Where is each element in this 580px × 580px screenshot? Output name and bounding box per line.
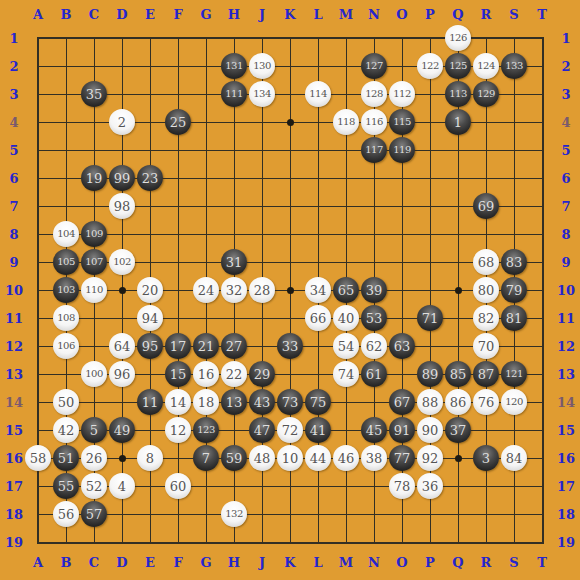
move-number: 31 bbox=[226, 256, 243, 269]
black-stone-59: 59 bbox=[221, 445, 247, 471]
white-stone-10: 10 bbox=[277, 445, 303, 471]
move-number: 125 bbox=[449, 61, 467, 71]
move-number: 119 bbox=[393, 145, 411, 155]
white-stone-100: 100 bbox=[81, 361, 107, 387]
black-stone-33: 33 bbox=[277, 333, 303, 359]
black-stone-55: 55 bbox=[53, 473, 79, 499]
white-stone-120: 120 bbox=[501, 389, 527, 415]
star-point bbox=[287, 287, 294, 294]
move-number: 111 bbox=[225, 89, 243, 99]
black-stone-133: 133 bbox=[501, 53, 527, 79]
white-stone-20: 20 bbox=[137, 277, 163, 303]
black-stone-113: 113 bbox=[445, 81, 471, 107]
white-stone-114: 114 bbox=[305, 81, 331, 107]
white-stone-126: 126 bbox=[445, 25, 471, 51]
move-number: 95 bbox=[142, 340, 159, 353]
move-number: 43 bbox=[254, 396, 271, 409]
move-number: 116 bbox=[365, 117, 383, 127]
black-stone-31: 31 bbox=[221, 249, 247, 275]
star-point bbox=[119, 287, 126, 294]
white-stone-38: 38 bbox=[361, 445, 387, 471]
black-stone-71: 71 bbox=[417, 305, 443, 331]
black-stone-103: 103 bbox=[53, 277, 79, 303]
move-number: 130 bbox=[253, 61, 271, 71]
move-number: 51 bbox=[58, 452, 75, 465]
white-stone-60: 60 bbox=[165, 473, 191, 499]
intersections-grid: 1234578101112131415161718192021222324252… bbox=[24, 24, 556, 556]
black-stone-91: 91 bbox=[389, 417, 415, 443]
move-number: 48 bbox=[254, 452, 271, 465]
white-stone-92: 92 bbox=[417, 445, 443, 471]
move-number: 11 bbox=[142, 396, 159, 409]
white-stone-130: 130 bbox=[249, 53, 275, 79]
move-number: 34 bbox=[310, 284, 327, 297]
move-number: 102 bbox=[113, 257, 131, 267]
black-stone-1: 1 bbox=[445, 109, 471, 135]
move-number: 107 bbox=[85, 257, 103, 267]
white-stone-78: 78 bbox=[389, 473, 415, 499]
move-number: 76 bbox=[478, 396, 495, 409]
move-number: 13 bbox=[226, 396, 243, 409]
white-stone-76: 76 bbox=[473, 389, 499, 415]
move-number: 69 bbox=[478, 200, 495, 213]
black-stone-129: 129 bbox=[473, 81, 499, 107]
black-stone-11: 11 bbox=[137, 389, 163, 415]
move-number: 59 bbox=[226, 452, 243, 465]
white-stone-34: 34 bbox=[305, 277, 331, 303]
row-label: 18 bbox=[553, 500, 579, 528]
black-stone-79: 79 bbox=[501, 277, 527, 303]
white-stone-16: 16 bbox=[193, 361, 219, 387]
move-number: 82 bbox=[478, 312, 495, 325]
move-number: 118 bbox=[337, 117, 355, 127]
star-point bbox=[455, 287, 462, 294]
white-stone-36: 36 bbox=[417, 473, 443, 499]
move-number: 63 bbox=[394, 340, 411, 353]
white-stone-132: 132 bbox=[221, 501, 247, 527]
row-label: 19 bbox=[553, 528, 579, 556]
black-stone-117: 117 bbox=[361, 137, 387, 163]
black-stone-107: 107 bbox=[81, 249, 107, 275]
move-number: 123 bbox=[197, 425, 215, 435]
move-number: 37 bbox=[450, 424, 467, 437]
go-board[interactable]: ABCDEFGHJKLMNOPQRST ABCDEFGHJKLMNOPQRST … bbox=[0, 0, 580, 580]
move-number: 75 bbox=[310, 396, 327, 409]
move-number: 60 bbox=[170, 480, 187, 493]
move-number: 128 bbox=[365, 89, 383, 99]
move-number: 80 bbox=[478, 284, 495, 297]
move-number: 57 bbox=[86, 508, 103, 521]
row-label: 5 bbox=[553, 136, 579, 164]
black-stone-73: 73 bbox=[277, 389, 303, 415]
move-number: 127 bbox=[365, 61, 383, 71]
move-number: 74 bbox=[338, 368, 355, 381]
move-number: 89 bbox=[422, 368, 439, 381]
white-stone-84: 84 bbox=[501, 445, 527, 471]
white-stone-64: 64 bbox=[109, 333, 135, 359]
row-label: 10 bbox=[553, 276, 579, 304]
move-number: 44 bbox=[310, 452, 327, 465]
move-number: 66 bbox=[310, 312, 327, 325]
move-number: 92 bbox=[422, 452, 439, 465]
black-stone-29: 29 bbox=[249, 361, 275, 387]
move-number: 109 bbox=[85, 229, 103, 239]
white-stone-90: 90 bbox=[417, 417, 443, 443]
row-label: 11 bbox=[553, 304, 579, 332]
move-number: 110 bbox=[85, 285, 103, 295]
move-number: 86 bbox=[450, 396, 467, 409]
move-number: 41 bbox=[310, 424, 327, 437]
white-stone-54: 54 bbox=[333, 333, 359, 359]
move-number: 85 bbox=[450, 368, 467, 381]
move-number: 22 bbox=[226, 368, 243, 381]
black-stone-85: 85 bbox=[445, 361, 471, 387]
black-stone-131: 131 bbox=[221, 53, 247, 79]
move-number: 19 bbox=[86, 172, 103, 185]
move-number: 124 bbox=[477, 61, 495, 71]
white-stone-98: 98 bbox=[109, 193, 135, 219]
move-number: 67 bbox=[394, 396, 411, 409]
move-number: 79 bbox=[506, 284, 523, 297]
row-label: 8 bbox=[553, 220, 579, 248]
move-number: 133 bbox=[505, 61, 523, 71]
black-stone-119: 119 bbox=[389, 137, 415, 163]
black-stone-83: 83 bbox=[501, 249, 527, 275]
move-number: 77 bbox=[394, 452, 411, 465]
white-stone-82: 82 bbox=[473, 305, 499, 331]
white-stone-52: 52 bbox=[81, 473, 107, 499]
move-number: 87 bbox=[478, 368, 495, 381]
move-number: 64 bbox=[114, 340, 131, 353]
move-number: 1 bbox=[454, 116, 462, 129]
star-point bbox=[287, 119, 294, 126]
move-number: 100 bbox=[85, 369, 103, 379]
move-number: 2 bbox=[118, 116, 126, 129]
move-number: 90 bbox=[422, 424, 439, 437]
white-stone-24: 24 bbox=[193, 277, 219, 303]
black-stone-41: 41 bbox=[305, 417, 331, 443]
row-label: 4 bbox=[553, 108, 579, 136]
black-stone-19: 19 bbox=[81, 165, 107, 191]
move-number: 78 bbox=[394, 480, 411, 493]
move-number: 10 bbox=[282, 452, 299, 465]
move-number: 7 bbox=[202, 452, 210, 465]
move-number: 113 bbox=[449, 89, 467, 99]
move-number: 18 bbox=[198, 396, 215, 409]
move-number: 132 bbox=[225, 509, 243, 519]
white-stone-58: 58 bbox=[25, 445, 51, 471]
white-stone-4: 4 bbox=[109, 473, 135, 499]
move-number: 50 bbox=[58, 396, 75, 409]
move-number: 108 bbox=[57, 313, 75, 323]
row-label: 13 bbox=[553, 360, 579, 388]
black-stone-27: 27 bbox=[221, 333, 247, 359]
move-number: 20 bbox=[142, 284, 159, 297]
star-point bbox=[119, 455, 126, 462]
black-stone-23: 23 bbox=[137, 165, 163, 191]
white-stone-106: 106 bbox=[53, 333, 79, 359]
black-stone-81: 81 bbox=[501, 305, 527, 331]
white-stone-116: 116 bbox=[361, 109, 387, 135]
white-stone-70: 70 bbox=[473, 333, 499, 359]
move-number: 8 bbox=[146, 452, 154, 465]
move-number: 52 bbox=[86, 480, 103, 493]
black-stone-89: 89 bbox=[417, 361, 443, 387]
move-number: 98 bbox=[114, 200, 131, 213]
black-stone-77: 77 bbox=[389, 445, 415, 471]
row-label: 6 bbox=[553, 164, 579, 192]
black-stone-43: 43 bbox=[249, 389, 275, 415]
black-stone-105: 105 bbox=[53, 249, 79, 275]
move-number: 12 bbox=[170, 424, 187, 437]
move-number: 15 bbox=[170, 368, 187, 381]
row-label: 7 bbox=[553, 192, 579, 220]
black-stone-87: 87 bbox=[473, 361, 499, 387]
black-stone-13: 13 bbox=[221, 389, 247, 415]
white-stone-72: 72 bbox=[277, 417, 303, 443]
move-number: 58 bbox=[30, 452, 47, 465]
move-number: 131 bbox=[225, 61, 243, 71]
move-number: 91 bbox=[394, 424, 411, 437]
row-label: 14 bbox=[553, 388, 579, 416]
white-stone-26: 26 bbox=[81, 445, 107, 471]
white-stone-40: 40 bbox=[333, 305, 359, 331]
move-number: 70 bbox=[478, 340, 495, 353]
row-labels-right: 12345678910111213141516171819 bbox=[553, 24, 579, 556]
black-stone-99: 99 bbox=[109, 165, 135, 191]
move-number: 25 bbox=[170, 116, 187, 129]
move-number: 61 bbox=[366, 368, 383, 381]
white-stone-86: 86 bbox=[445, 389, 471, 415]
white-stone-104: 104 bbox=[53, 221, 79, 247]
move-number: 23 bbox=[142, 172, 159, 185]
white-stone-48: 48 bbox=[249, 445, 275, 471]
white-stone-110: 110 bbox=[81, 277, 107, 303]
move-number: 105 bbox=[57, 257, 75, 267]
row-label: 17 bbox=[553, 472, 579, 500]
row-label: 9 bbox=[553, 248, 579, 276]
black-stone-61: 61 bbox=[361, 361, 387, 387]
white-stone-56: 56 bbox=[53, 501, 79, 527]
row-label: 12 bbox=[553, 332, 579, 360]
black-stone-47: 47 bbox=[249, 417, 275, 443]
white-stone-28: 28 bbox=[249, 277, 275, 303]
move-number: 47 bbox=[254, 424, 271, 437]
row-label: 16 bbox=[553, 444, 579, 472]
move-number: 84 bbox=[506, 452, 523, 465]
move-number: 71 bbox=[422, 312, 439, 325]
move-number: 32 bbox=[226, 284, 243, 297]
white-stone-96: 96 bbox=[109, 361, 135, 387]
white-stone-74: 74 bbox=[333, 361, 359, 387]
move-number: 112 bbox=[393, 89, 411, 99]
move-number: 38 bbox=[366, 452, 383, 465]
move-number: 35 bbox=[86, 88, 103, 101]
move-number: 21 bbox=[198, 340, 215, 353]
move-number: 114 bbox=[309, 89, 327, 99]
move-number: 36 bbox=[422, 480, 439, 493]
black-stone-57: 57 bbox=[81, 501, 107, 527]
move-number: 53 bbox=[366, 312, 383, 325]
white-stone-46: 46 bbox=[333, 445, 359, 471]
white-stone-112: 112 bbox=[389, 81, 415, 107]
move-number: 49 bbox=[114, 424, 131, 437]
move-number: 83 bbox=[506, 256, 523, 269]
black-stone-21: 21 bbox=[193, 333, 219, 359]
move-number: 72 bbox=[282, 424, 299, 437]
row-label: 15 bbox=[553, 416, 579, 444]
white-stone-128: 128 bbox=[361, 81, 387, 107]
move-number: 122 bbox=[421, 61, 439, 71]
black-stone-111: 111 bbox=[221, 81, 247, 107]
white-stone-50: 50 bbox=[53, 389, 79, 415]
white-stone-18: 18 bbox=[193, 389, 219, 415]
move-number: 121 bbox=[505, 369, 523, 379]
black-stone-45: 45 bbox=[361, 417, 387, 443]
black-stone-69: 69 bbox=[473, 193, 499, 219]
black-stone-123: 123 bbox=[193, 417, 219, 443]
black-stone-115: 115 bbox=[389, 109, 415, 135]
move-number: 14 bbox=[170, 396, 187, 409]
move-number: 68 bbox=[478, 256, 495, 269]
move-number: 28 bbox=[254, 284, 271, 297]
move-number: 62 bbox=[366, 340, 383, 353]
black-stone-7: 7 bbox=[193, 445, 219, 471]
move-number: 40 bbox=[338, 312, 355, 325]
black-stone-17: 17 bbox=[165, 333, 191, 359]
move-number: 27 bbox=[226, 340, 243, 353]
white-stone-108: 108 bbox=[53, 305, 79, 331]
black-stone-65: 65 bbox=[333, 277, 359, 303]
move-number: 96 bbox=[114, 368, 131, 381]
move-number: 17 bbox=[170, 340, 187, 353]
black-stone-53: 53 bbox=[361, 305, 387, 331]
move-number: 99 bbox=[114, 172, 131, 185]
move-number: 134 bbox=[253, 89, 271, 99]
white-stone-66: 66 bbox=[305, 305, 331, 331]
white-stone-102: 102 bbox=[109, 249, 135, 275]
black-stone-127: 127 bbox=[361, 53, 387, 79]
black-stone-5: 5 bbox=[81, 417, 107, 443]
move-number: 104 bbox=[57, 229, 75, 239]
move-number: 16 bbox=[198, 368, 215, 381]
white-stone-42: 42 bbox=[53, 417, 79, 443]
black-stone-37: 37 bbox=[445, 417, 471, 443]
white-stone-68: 68 bbox=[473, 249, 499, 275]
black-stone-25: 25 bbox=[165, 109, 191, 135]
move-number: 29 bbox=[254, 368, 271, 381]
move-number: 4 bbox=[118, 480, 126, 493]
white-stone-8: 8 bbox=[137, 445, 163, 471]
move-number: 73 bbox=[282, 396, 299, 409]
row-label: 3 bbox=[553, 80, 579, 108]
black-stone-95: 95 bbox=[137, 333, 163, 359]
black-stone-3: 3 bbox=[473, 445, 499, 471]
move-number: 33 bbox=[282, 340, 299, 353]
black-stone-63: 63 bbox=[389, 333, 415, 359]
white-stone-22: 22 bbox=[221, 361, 247, 387]
white-stone-88: 88 bbox=[417, 389, 443, 415]
move-number: 94 bbox=[142, 312, 159, 325]
white-stone-124: 124 bbox=[473, 53, 499, 79]
black-stone-49: 49 bbox=[109, 417, 135, 443]
move-number: 45 bbox=[366, 424, 383, 437]
move-number: 65 bbox=[338, 284, 355, 297]
white-stone-94: 94 bbox=[137, 305, 163, 331]
white-stone-134: 134 bbox=[249, 81, 275, 107]
black-stone-51: 51 bbox=[53, 445, 79, 471]
move-number: 5 bbox=[90, 424, 98, 437]
move-number: 126 bbox=[449, 33, 467, 43]
row-label: 2 bbox=[553, 52, 579, 80]
white-stone-62: 62 bbox=[361, 333, 387, 359]
white-stone-2: 2 bbox=[109, 109, 135, 135]
black-stone-67: 67 bbox=[389, 389, 415, 415]
move-number: 120 bbox=[505, 397, 523, 407]
move-number: 54 bbox=[338, 340, 355, 353]
black-stone-39: 39 bbox=[361, 277, 387, 303]
move-number: 24 bbox=[198, 284, 215, 297]
move-number: 56 bbox=[58, 508, 75, 521]
star-point bbox=[455, 455, 462, 462]
black-stone-15: 15 bbox=[165, 361, 191, 387]
white-stone-118: 118 bbox=[333, 109, 359, 135]
white-stone-14: 14 bbox=[165, 389, 191, 415]
black-stone-125: 125 bbox=[445, 53, 471, 79]
white-stone-12: 12 bbox=[165, 417, 191, 443]
move-number: 46 bbox=[338, 452, 355, 465]
move-number: 39 bbox=[366, 284, 383, 297]
black-stone-75: 75 bbox=[305, 389, 331, 415]
move-number: 115 bbox=[393, 117, 411, 127]
black-stone-35: 35 bbox=[81, 81, 107, 107]
white-stone-44: 44 bbox=[305, 445, 331, 471]
move-number: 26 bbox=[86, 452, 103, 465]
white-stone-32: 32 bbox=[221, 277, 247, 303]
move-number: 88 bbox=[422, 396, 439, 409]
move-number: 55 bbox=[58, 480, 75, 493]
black-stone-109: 109 bbox=[81, 221, 107, 247]
move-number: 106 bbox=[57, 341, 75, 351]
white-stone-122: 122 bbox=[417, 53, 443, 79]
move-number: 3 bbox=[482, 452, 490, 465]
move-number: 103 bbox=[57, 285, 75, 295]
move-number: 81 bbox=[506, 312, 523, 325]
move-number: 42 bbox=[58, 424, 75, 437]
move-number: 129 bbox=[477, 89, 495, 99]
move-number: 117 bbox=[365, 145, 383, 155]
white-stone-80: 80 bbox=[473, 277, 499, 303]
row-label: 1 bbox=[553, 24, 579, 52]
black-stone-121: 121 bbox=[501, 361, 527, 387]
